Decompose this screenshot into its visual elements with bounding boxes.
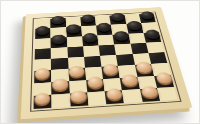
square-g3[interactable] [135,64,154,77]
white-piece[interactable] [106,88,123,100]
square-b1[interactable] [52,93,70,107]
square-c7[interactable] [66,27,82,37]
checkers-board [21,7,193,119]
black-piece[interactable] [36,26,50,35]
black-piece[interactable] [51,35,65,45]
black-piece[interactable] [67,24,81,33]
square-a1[interactable] [34,95,52,109]
board-photo [0,0,200,124]
black-piece[interactable] [97,23,112,32]
board-inner-frame [30,12,182,112]
square-d2[interactable] [86,79,105,92]
black-piece[interactable] [114,31,129,41]
square-h2[interactable] [154,75,174,88]
square-g1[interactable] [139,88,159,102]
square-g7[interactable] [126,23,143,33]
square-b2[interactable] [51,81,69,95]
white-piece[interactable] [141,86,159,98]
white-piece[interactable] [155,72,173,84]
square-f2[interactable] [120,77,139,90]
black-piece[interactable] [111,13,126,22]
board-grid [34,13,178,109]
square-e1[interactable] [105,90,125,104]
square-e6[interactable] [97,34,114,45]
white-piece[interactable] [87,77,104,89]
white-piece[interactable] [34,92,50,105]
white-piece[interactable] [52,79,68,91]
square-h1[interactable] [157,87,178,101]
board-scene [21,7,193,119]
black-piece[interactable] [81,14,95,23]
white-piece[interactable] [103,64,119,75]
white-piece[interactable] [69,66,85,77]
square-h4[interactable] [148,52,167,64]
square-c5[interactable] [67,46,84,58]
square-h5[interactable] [146,42,165,53]
black-piece[interactable] [51,16,65,25]
white-piece[interactable] [35,68,50,79]
square-a5[interactable] [35,48,51,60]
square-d6[interactable] [82,35,99,46]
black-piece[interactable] [140,11,155,20]
square-e5[interactable] [99,44,117,55]
black-piece[interactable] [145,30,161,39]
square-c1[interactable] [69,92,88,106]
black-piece[interactable] [83,33,98,43]
square-b5[interactable] [51,47,68,59]
white-piece[interactable] [70,90,87,103]
square-d1[interactable] [87,91,106,105]
